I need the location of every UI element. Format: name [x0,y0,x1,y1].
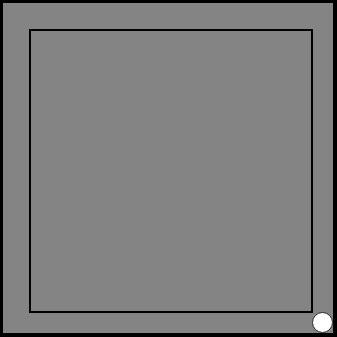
chess-window [0,0,337,337]
white-to-move-indicator [312,312,333,333]
file-labels-top [31,3,311,29]
rank-labels-left [6,31,30,311]
board [29,29,313,313]
rank-labels-right [311,31,335,311]
board-frame [3,3,333,333]
file-labels-bottom [31,312,311,337]
